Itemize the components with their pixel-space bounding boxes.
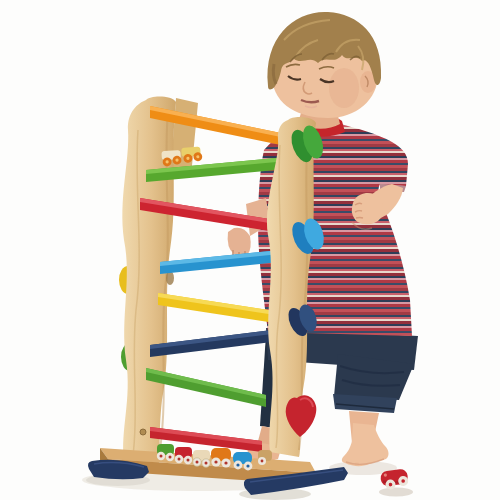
hub <box>214 460 217 463</box>
background <box>0 0 500 500</box>
hub <box>169 456 172 459</box>
hub <box>187 459 190 462</box>
boy-fist <box>352 193 383 224</box>
photo-scene <box>0 0 500 500</box>
hub <box>246 464 249 467</box>
hub <box>236 463 239 466</box>
shadow-floor-car <box>379 488 413 497</box>
cheek-shading <box>329 68 359 108</box>
hub <box>205 462 208 465</box>
toe-1 <box>343 457 347 461</box>
hub <box>196 461 199 464</box>
hub <box>224 461 227 464</box>
scene-svg <box>0 0 500 500</box>
screw-cap <box>140 429 146 435</box>
hub <box>261 460 264 463</box>
hub <box>160 455 163 458</box>
hub <box>178 458 181 461</box>
